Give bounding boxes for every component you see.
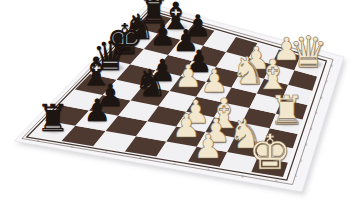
coordinate-label: 4 — [310, 127, 312, 131]
coordinate-label: 5 — [315, 111, 317, 115]
chess-board: a1b2c3d4e5f6g7h8 — [0, 0, 360, 205]
coordinate-label: b — [71, 145, 73, 149]
coordinate-label: 8 — [331, 64, 333, 68]
coordinate-label: h — [275, 179, 277, 183]
coordinate-label: g — [241, 174, 243, 178]
coordinate-label: e — [173, 162, 175, 166]
coordinate-label: d — [139, 156, 141, 160]
coordinate-label: 6 — [320, 96, 322, 100]
coordinate-label: a — [37, 139, 39, 143]
coordinate-label: 7 — [325, 80, 327, 84]
coordinate-label: 1 — [295, 174, 297, 178]
chess-set-photo: a1b2c3d4e5f6g7h8 ♜♝♟♞♟♟♚♟♛♟♛♟♟♞♝♟♝♟♞♟♟♟♜… — [0, 0, 360, 205]
coordinate-label: 3 — [305, 143, 307, 147]
coordinate-label: c — [105, 150, 107, 154]
coordinate-label: 2 — [300, 159, 302, 163]
